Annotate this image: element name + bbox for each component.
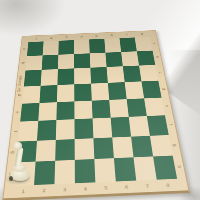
square[interactable]: [90, 67, 107, 83]
square[interactable]: [36, 140, 56, 162]
coordinate-label: 2: [42, 188, 45, 192]
square[interactable]: [93, 137, 114, 159]
square[interactable]: [74, 119, 93, 139]
square[interactable]: [34, 161, 55, 185]
photo-background: 12345678 12345678 abcdefgh abcdefgh Quic…: [0, 0, 200, 200]
coordinate-label: 4: [84, 187, 87, 191]
coordinate-label: b: [155, 57, 159, 59]
square[interactable]: [89, 39, 105, 53]
squares: [14, 37, 178, 186]
square[interactable]: [58, 54, 74, 69]
square[interactable]: [109, 99, 129, 118]
coordinate-label: 2: [50, 37, 52, 39]
coordinate-label: 5: [95, 35, 97, 37]
square[interactable]: [75, 138, 95, 160]
coordinate-label: c: [158, 72, 162, 74]
square[interactable]: [74, 53, 90, 68]
square[interactable]: [90, 52, 107, 67]
square[interactable]: [18, 121, 38, 142]
square[interactable]: [93, 118, 113, 138]
coordinate-label: 6: [125, 185, 129, 189]
square[interactable]: [20, 103, 39, 122]
coordinate-label: 5: [104, 186, 107, 190]
coordinate-label: h: [177, 166, 182, 169]
coordinate-label: g: [11, 151, 16, 154]
coordinate-label: e: [165, 105, 170, 107]
square[interactable]: [43, 41, 59, 55]
square[interactable]: [38, 102, 57, 121]
coordinate-label: 1: [22, 189, 26, 193]
coordinate-label: 4: [80, 36, 82, 38]
coordinate-label: d: [161, 88, 165, 90]
square[interactable]: [107, 66, 125, 82]
coordinate-label: e: [15, 111, 19, 113]
square[interactable]: [111, 117, 131, 137]
coordinate-label: g: [172, 144, 177, 147]
coordinate-label: 8: [140, 33, 143, 35]
square[interactable]: [114, 158, 136, 182]
square[interactable]: [25, 55, 42, 70]
coordinate-label: 7: [145, 184, 149, 188]
square[interactable]: [55, 139, 75, 161]
square[interactable]: [57, 69, 74, 85]
square[interactable]: [39, 85, 57, 103]
square[interactable]: [74, 39, 90, 53]
square[interactable]: [22, 86, 41, 104]
square[interactable]: [58, 40, 74, 54]
coordinate-label: 3: [65, 36, 67, 38]
square[interactable]: [24, 70, 42, 87]
square[interactable]: [108, 82, 127, 100]
fabric-shadow-top-left: [0, 0, 66, 36]
square[interactable]: [37, 120, 56, 140]
coordinate-label: a: [152, 43, 156, 45]
pawn-head: [14, 142, 22, 150]
board-perspective-wrapper: 12345678 12345678 abcdefgh abcdefgh Quic…: [2, 30, 190, 200]
coordinate-label: 3: [63, 187, 66, 191]
square[interactable]: [56, 119, 75, 139]
square[interactable]: [105, 52, 122, 67]
square[interactable]: [75, 159, 96, 183]
square[interactable]: [74, 100, 92, 119]
square[interactable]: [74, 84, 92, 102]
square[interactable]: [92, 100, 111, 119]
coordinate-label: 6: [110, 34, 113, 36]
square[interactable]: [42, 55, 59, 70]
coordinate-label: f: [13, 131, 18, 132]
coordinate-label: 8: [166, 183, 170, 187]
coordinate-label: f: [168, 124, 173, 125]
square[interactable]: [57, 84, 74, 102]
square[interactable]: [27, 41, 44, 55]
square[interactable]: [56, 101, 74, 120]
pawn-base-shadow-speck: [9, 176, 13, 181]
square[interactable]: [112, 136, 133, 158]
square[interactable]: [74, 68, 91, 84]
square[interactable]: [54, 160, 74, 184]
square[interactable]: [94, 158, 115, 182]
square[interactable]: [104, 38, 121, 52]
square[interactable]: [91, 83, 109, 101]
coordinate-label: 7: [125, 34, 128, 36]
coordinate-label: a: [22, 48, 26, 50]
chess-board: 12345678 12345678 abcdefgh abcdefgh Quic…: [2, 30, 190, 200]
coordinate-label: 1: [35, 38, 37, 40]
square[interactable]: [41, 69, 58, 85]
